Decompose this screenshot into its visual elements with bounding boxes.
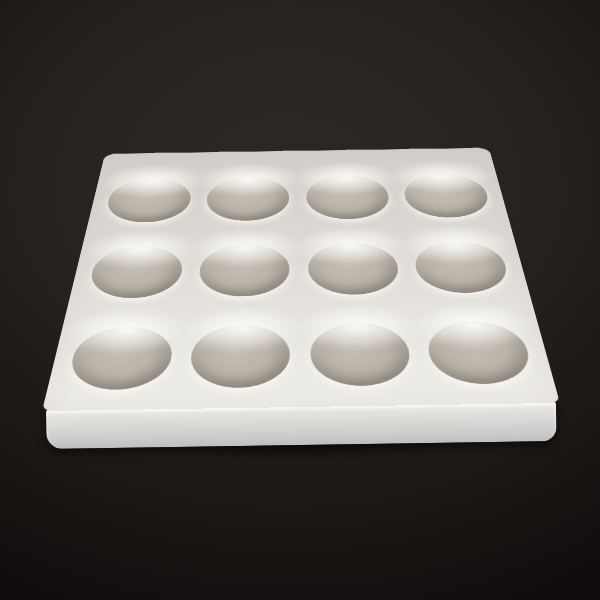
well-cell-r2c4	[401, 228, 525, 308]
spot-plate-top-surface	[42, 148, 560, 411]
spot-plate	[36, 0, 563, 600]
well-cell-r2c1	[73, 233, 195, 313]
well-rim-highlight	[59, 306, 191, 356]
well-cell-r2c3	[298, 230, 412, 310]
well-cell-r1c2	[195, 166, 298, 233]
well-cell-r3c2	[176, 310, 301, 407]
well-cell-r2c2	[186, 232, 299, 312]
well-cell-r1c3	[297, 165, 401, 232]
well-cell-r1c4	[392, 163, 505, 230]
well-cell-r3c4	[413, 306, 552, 402]
well-cell-r3c1	[51, 311, 187, 408]
well-cell-r1c1	[92, 168, 203, 235]
scene-background	[0, 0, 600, 600]
well-cell-r3c3	[299, 308, 426, 404]
